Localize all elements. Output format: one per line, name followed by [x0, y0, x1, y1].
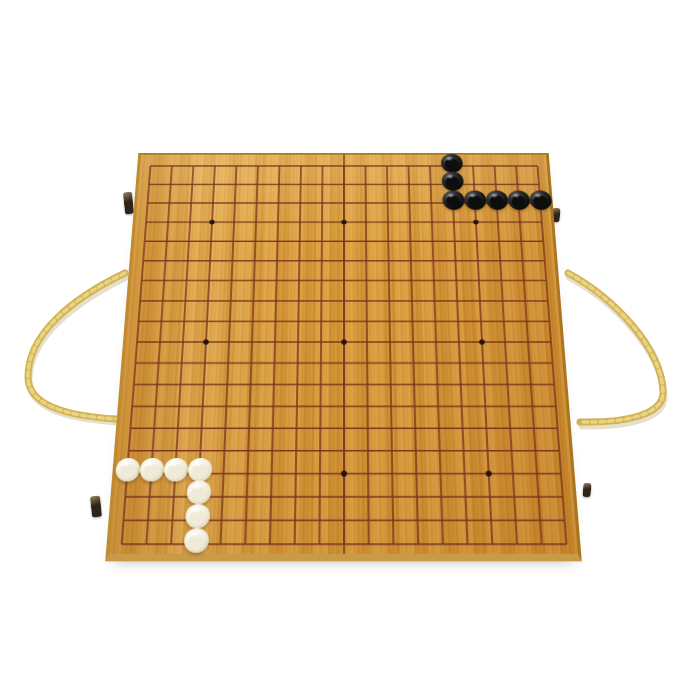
go-board: ●●●●●●●●●●●●●●	[105, 153, 582, 561]
hinge-clasp-right-bottom	[582, 483, 591, 498]
black-stone-P19: ●	[440, 153, 462, 172]
black-stone-P18: ●	[441, 172, 463, 191]
white-stone-A4: ●	[114, 458, 140, 481]
hinge-clasp-left-top	[123, 192, 134, 215]
black-stone-Q17: ●	[463, 190, 486, 209]
white-stone-D4: ●	[187, 458, 212, 481]
white-stone-D2: ●	[184, 504, 210, 528]
black-stone-P17: ●	[442, 190, 465, 209]
rope-handle-left	[15, 258, 130, 430]
white-stone-D3: ●	[186, 481, 211, 505]
rope-right-twist	[568, 273, 663, 422]
white-stone-D1: ●	[183, 528, 209, 553]
hinge-clasp-left-bottom	[90, 496, 102, 518]
black-stone-T17: ●	[529, 190, 552, 209]
white-stone-C4: ●	[163, 458, 188, 481]
rope-handle-right	[552, 258, 682, 433]
white-stone-B4: ●	[139, 458, 165, 481]
black-stone-S17: ●	[507, 190, 530, 209]
stones-layer: ●●●●●●●●●●●●●●	[109, 155, 578, 554]
black-stone-R17: ●	[485, 190, 508, 209]
go-board-product-photo: ●●●●●●●●●●●●●●	[0, 0, 700, 700]
